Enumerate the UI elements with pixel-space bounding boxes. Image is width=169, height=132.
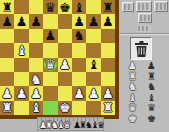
square-h5[interactable] — [101, 43, 115, 57]
square-h6[interactable] — [101, 29, 115, 43]
square-a8[interactable]: ♜ — [0, 0, 14, 14]
captured-black-q: ♛ — [97, 120, 103, 130]
square-a1[interactable]: ♜ — [0, 101, 14, 115]
chess-board[interactable]: ♜♛♚♝♜♟♟♟♟♟♟♟♞♝♛♟♝♞♟♟♟♟♟♟♜♝♚♜ — [0, 0, 119, 119]
square-f4[interactable] — [72, 58, 86, 72]
square-f5[interactable] — [72, 43, 86, 57]
square-c7[interactable]: ♟ — [29, 14, 43, 28]
square-b1[interactable] — [14, 101, 28, 115]
square-g2[interactable]: ♟ — [86, 86, 100, 100]
square-d7[interactable] — [43, 14, 57, 28]
square-d8[interactable]: ♛ — [43, 0, 57, 14]
black-piece-b7: ♟ — [16, 15, 28, 28]
square-d1[interactable] — [43, 101, 57, 115]
square-d5[interactable] — [43, 43, 57, 57]
square-b5[interactable]: ♝ — [14, 43, 28, 57]
settings-icon — [138, 26, 150, 31]
toolbar-icon-1 — [124, 4, 132, 10]
square-f6[interactable]: ♞ — [72, 29, 86, 43]
black-piece-g4: ♝ — [88, 58, 100, 71]
square-f7[interactable]: ♟ — [72, 14, 86, 28]
square-f1[interactable] — [72, 101, 86, 115]
square-c6[interactable] — [29, 29, 43, 43]
toolbar-icon-2 — [138, 3, 150, 10]
trash-icon — [135, 41, 148, 57]
square-e3[interactable] — [58, 72, 72, 86]
white-piece-a1: ♜ — [1, 101, 13, 114]
square-d2[interactable] — [43, 86, 57, 100]
square-e4[interactable]: ♟ — [58, 58, 72, 72]
black-piece-f8: ♝ — [73, 1, 85, 14]
side-panel: ♟♟♜♜♞♞♝♝♛♛♚♚ — [119, 0, 169, 132]
black-piece-h7: ♟ — [102, 15, 114, 28]
square-g1[interactable] — [86, 101, 100, 115]
square-e5[interactable] — [58, 43, 72, 57]
white-piece-e1: ♚ — [59, 101, 71, 114]
black-piece-f6: ♞ — [73, 29, 85, 42]
square-h2[interactable]: ♟ — [101, 86, 115, 100]
white-piece-g2: ♟ — [88, 87, 100, 100]
white-piece-h1: ♜ — [102, 101, 114, 114]
square-b4[interactable] — [14, 58, 28, 72]
captured-bar: ♟♜♞♝♛ ♟♜♞♝♛ — [37, 117, 104, 131]
square-b3[interactable] — [14, 72, 28, 86]
black-piece-f7: ♟ — [73, 15, 85, 28]
square-e8[interactable]: ♚ — [58, 0, 72, 14]
square-a6[interactable] — [0, 29, 14, 43]
square-a4[interactable] — [0, 58, 14, 72]
palette-black-k[interactable]: ♚ — [145, 114, 158, 125]
square-b8[interactable] — [14, 0, 28, 14]
white-piece-h2: ♟ — [102, 87, 114, 100]
square-g8[interactable] — [86, 0, 100, 14]
square-c4[interactable] — [29, 58, 43, 72]
square-f8[interactable]: ♝ — [72, 0, 86, 14]
piece-palette: ♟♟♜♜♞♞♝♝♛♛♚♚ — [126, 61, 158, 125]
square-b6[interactable] — [14, 29, 28, 43]
square-c3[interactable]: ♞ — [29, 72, 43, 86]
square-g6[interactable] — [86, 29, 100, 43]
captured-white: ♟♜♞♝♛ — [39, 120, 69, 130]
square-g3[interactable] — [86, 72, 100, 86]
white-piece-b2: ♟ — [16, 87, 28, 100]
white-piece-f2: ♟ — [73, 87, 85, 100]
black-piece-d6: ♟ — [45, 29, 57, 42]
toolbar-icon-3 — [156, 3, 166, 10]
square-c5[interactable] — [29, 43, 43, 57]
palette-white-k[interactable]: ♚ — [126, 114, 139, 125]
square-a3[interactable] — [0, 72, 14, 86]
square-e2[interactable] — [58, 86, 72, 100]
captured-black: ♟♜♞♝♛ — [73, 120, 103, 130]
square-h1[interactable]: ♜ — [101, 101, 115, 115]
black-piece-h8: ♜ — [102, 1, 114, 14]
black-piece-a8: ♜ — [1, 1, 13, 14]
black-piece-g7: ♟ — [88, 15, 100, 28]
square-e7[interactable] — [58, 14, 72, 28]
white-piece-d4: ♛ — [44, 58, 57, 71]
toolbar-button-3[interactable] — [154, 1, 168, 12]
black-piece-c7: ♟ — [30, 15, 42, 28]
square-g5[interactable] — [86, 43, 100, 57]
square-a2[interactable]: ♟ — [0, 86, 14, 100]
square-a7[interactable]: ♟ — [0, 14, 14, 28]
square-a5[interactable] — [0, 43, 14, 57]
square-f3[interactable] — [72, 72, 86, 86]
square-d6[interactable]: ♟ — [43, 29, 57, 43]
square-g7[interactable]: ♟ — [86, 14, 100, 28]
white-piece-b5: ♝ — [16, 44, 28, 57]
white-piece-a2: ♟ — [1, 87, 13, 100]
square-f2[interactable]: ♟ — [72, 86, 86, 100]
delete-tool-box[interactable] — [130, 37, 152, 60]
option-button[interactable] — [138, 13, 152, 23]
white-piece-e4: ♟ — [59, 58, 71, 71]
palette-black-p[interactable]: ♟ — [145, 61, 158, 72]
square-g4[interactable]: ♝ — [86, 58, 100, 72]
square-h4[interactable] — [101, 58, 115, 72]
white-piece-c2: ♟ — [30, 87, 42, 100]
square-e1[interactable]: ♚ — [58, 101, 72, 115]
square-c1[interactable]: ♝ — [29, 101, 43, 115]
square-h7[interactable]: ♟ — [101, 14, 115, 28]
square-b7[interactable]: ♟ — [14, 14, 28, 28]
square-c2[interactable]: ♟ — [29, 86, 43, 100]
captured-white-q: ♛ — [63, 120, 69, 130]
square-d4[interactable]: ♛ — [43, 58, 57, 72]
square-c8[interactable] — [29, 0, 43, 14]
settings-button[interactable] — [136, 24, 152, 33]
black-piece-a7: ♟ — [1, 15, 13, 28]
white-piece-c3: ♞ — [30, 73, 42, 86]
square-e6[interactable] — [58, 29, 72, 43]
panel-divider — [119, 33, 169, 35]
square-h3[interactable] — [101, 72, 115, 86]
black-piece-e8: ♚ — [59, 1, 71, 14]
white-piece-c1: ♝ — [30, 101, 42, 114]
toolbar-button-2[interactable] — [136, 1, 152, 12]
square-b2[interactable]: ♟ — [14, 86, 28, 100]
square-d3[interactable] — [43, 72, 57, 86]
option-icon — [140, 15, 150, 21]
toolbar-button-1[interactable] — [122, 2, 134, 12]
palette-white-p[interactable]: ♟ — [126, 61, 139, 72]
square-h8[interactable]: ♜ — [101, 0, 115, 14]
black-piece-d8: ♛ — [45, 1, 57, 14]
